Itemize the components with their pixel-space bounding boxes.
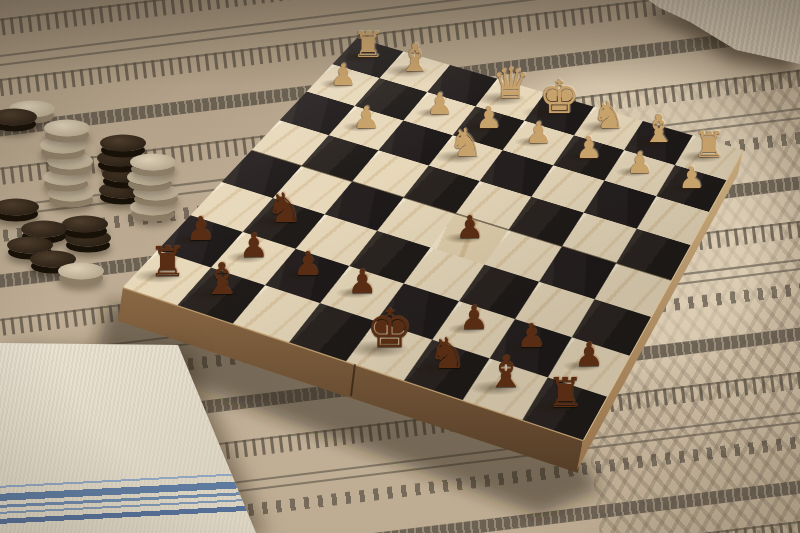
piece-black-knight-b6[interactable]: ♞ [266,187,303,228]
checker-disc-light[interactable] [130,154,176,171]
piece-white-rook-h1[interactable]: ♜ [693,127,725,163]
checker-disc-dark[interactable] [21,221,67,238]
piece-white-pawn-c2[interactable]: ♟ [426,89,453,119]
pillow-bottom-left [0,330,300,533]
piece-black-pawn-c7[interactable]: ♟ [293,248,322,281]
piece-black-bishop-b8[interactable]: ♝ [202,257,242,301]
checker-disc-light[interactable] [133,184,179,201]
piece-black-king-e8[interactable]: ♚ [366,303,414,356]
checker-disc-light[interactable] [130,199,176,216]
piece-white-pawn-f2[interactable]: ♟ [576,133,603,163]
piece-white-rook-a1[interactable]: ♜ [352,28,384,64]
piece-white-knight-f1[interactable]: ♞ [592,96,625,133]
piece-black-pawn-h7[interactable]: ♟ [574,339,603,372]
piece-white-pawn-g2[interactable]: ♟ [627,148,654,178]
piece-black-knight-f8[interactable]: ♞ [428,332,466,375]
piece-white-pawn-a2[interactable]: ♟ [330,60,357,90]
piece-white-pawn-b3[interactable]: ♟ [353,103,380,133]
checker-disc-light[interactable] [127,169,173,186]
checker-disc-dark[interactable] [100,135,146,152]
piece-white-bishop-b1[interactable]: ♝ [398,39,432,77]
pillow-fabric [0,330,300,533]
piece-black-pawn-e5[interactable]: ♟ [456,212,484,244]
checker-disc-light[interactable] [43,169,89,186]
piece-white-pawn-h2[interactable]: ♟ [678,164,705,194]
piece-white-knight-d3[interactable]: ♞ [449,125,484,164]
piece-black-pawn-b7[interactable]: ♟ [239,231,268,264]
checker-disc-light[interactable] [48,185,94,202]
checker-disc-light[interactable] [58,263,104,280]
piece-black-rook-h8[interactable]: ♜ [547,373,584,414]
piece-black-pawn-d7[interactable]: ♟ [348,266,377,299]
piece-white-king-e1[interactable]: ♚ [539,73,580,119]
pillow-stripes [0,461,300,533]
scene: ♜♝♛♚♞♝♜♟♟♟♟♟♟♟♟♞♟♞♟♟♟♟♟♟♟♜♝♚♞♝♜ [0,0,800,533]
piece-black-pawn-a7[interactable]: ♟ [186,213,215,246]
piece-white-bishop-g1[interactable]: ♝ [641,110,675,148]
piece-black-rook-a8[interactable]: ♜ [149,242,186,283]
checker-disc-dark[interactable] [62,216,108,233]
checker-disc-light[interactable] [47,153,93,170]
piece-white-pawn-e2[interactable]: ♟ [525,118,552,148]
checker-disc-light[interactable] [40,137,86,154]
piece-white-queen-d1[interactable]: ♛ [492,63,530,105]
checker-disc-light[interactable] [44,120,90,137]
piece-black-bishop-g8[interactable]: ♝ [486,350,526,394]
